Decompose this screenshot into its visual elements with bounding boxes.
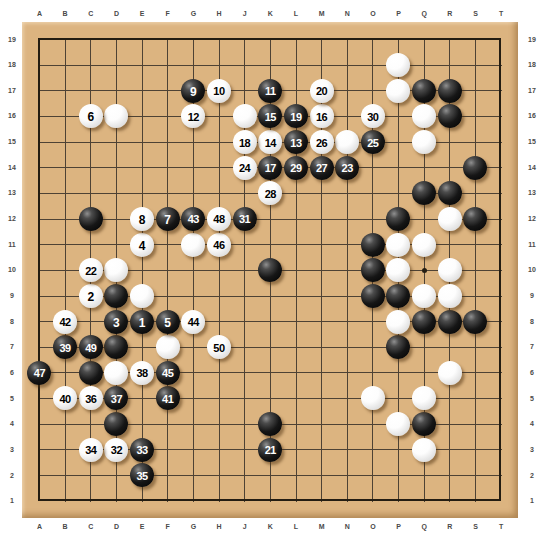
stone-white-Q11	[412, 233, 436, 257]
row-label-left-18: 18	[4, 60, 20, 70]
stone-black-C6	[79, 361, 103, 385]
col-label-bottom-O: O	[365, 522, 381, 532]
col-label-top-S: S	[468, 9, 484, 19]
row-label-right-3: 3	[524, 445, 540, 455]
col-label-top-Q: Q	[416, 9, 432, 19]
stone-white-R10	[438, 258, 462, 282]
stone-move-23-black-N14: 23	[335, 156, 359, 180]
move-number: 33	[136, 445, 147, 456]
row-label-left-13: 13	[4, 188, 20, 198]
move-number: 16	[316, 111, 327, 122]
move-number: 26	[316, 137, 327, 148]
stone-move-40-white-B5: 40	[53, 386, 77, 410]
move-number: 7	[164, 213, 171, 225]
move-number: 2	[87, 290, 94, 302]
stone-move-7-black-F12: 7	[156, 207, 180, 231]
move-number: 50	[213, 342, 224, 353]
row-label-right-1: 1	[524, 496, 540, 506]
move-number: 40	[60, 393, 71, 404]
stone-black-R13	[438, 181, 462, 205]
move-number: 38	[136, 368, 147, 379]
stone-move-25-black-O15: 25	[361, 130, 385, 154]
stone-move-48-white-H12: 48	[207, 207, 231, 231]
move-number: 43	[188, 214, 199, 225]
stone-black-C12	[79, 207, 103, 231]
move-number: 22	[85, 265, 96, 276]
col-label-bottom-G: G	[185, 522, 201, 532]
row-label-left-8: 8	[4, 317, 20, 327]
col-label-bottom-A: A	[32, 522, 48, 532]
col-label-top-E: E	[134, 9, 150, 19]
col-label-top-K: K	[262, 9, 278, 19]
move-number: 19	[290, 111, 301, 122]
move-number: 5	[164, 316, 171, 328]
stone-move-38-white-E6: 38	[130, 361, 154, 385]
stone-move-47-black-A6: 47	[27, 361, 51, 385]
move-number: 23	[342, 163, 353, 174]
stone-white-G11	[181, 233, 205, 257]
col-label-bottom-R: R	[442, 522, 458, 532]
stone-move-21-black-K3: 21	[258, 438, 282, 462]
move-number: 24	[239, 163, 250, 174]
stone-black-D9	[104, 284, 128, 308]
stone-white-E9	[130, 284, 154, 308]
row-label-left-1: 1	[4, 496, 20, 506]
row-label-right-17: 17	[524, 86, 540, 96]
move-number: 9	[190, 85, 197, 97]
stone-black-K4	[258, 412, 282, 436]
stone-move-1-black-E8: 1	[130, 310, 154, 334]
col-label-bottom-H: H	[211, 522, 227, 532]
stone-black-O9	[361, 284, 385, 308]
row-label-left-4: 4	[4, 419, 20, 429]
stone-move-19-black-L16: 19	[284, 104, 308, 128]
stone-move-4-white-E11: 4	[130, 233, 154, 257]
row-label-left-15: 15	[4, 137, 20, 147]
move-number: 32	[111, 445, 122, 456]
stone-black-O10	[361, 258, 385, 282]
col-label-bottom-F: F	[160, 522, 176, 532]
stone-white-P4	[386, 412, 410, 436]
row-label-left-5: 5	[4, 394, 20, 404]
stone-black-P9	[386, 284, 410, 308]
stone-move-26-white-M15: 26	[310, 130, 334, 154]
col-label-bottom-S: S	[468, 522, 484, 532]
stone-move-14-white-K15: 14	[258, 130, 282, 154]
stone-black-R8	[438, 310, 462, 334]
col-label-top-T: T	[493, 9, 509, 19]
col-label-top-J: J	[237, 9, 253, 19]
move-number: 39	[60, 342, 71, 353]
stone-move-45-black-F6: 45	[156, 361, 180, 385]
stone-move-5-black-F8: 5	[156, 310, 180, 334]
move-number: 15	[265, 111, 276, 122]
row-label-left-9: 9	[4, 291, 20, 301]
stone-move-49-black-C7: 49	[79, 335, 103, 359]
move-number: 31	[239, 214, 250, 225]
move-number: 14	[265, 137, 276, 148]
stone-move-34-white-C3: 34	[79, 438, 103, 462]
row-label-right-6: 6	[524, 368, 540, 378]
stone-move-28-white-K13: 28	[258, 181, 282, 205]
row-label-right-13: 13	[524, 188, 540, 198]
stone-move-30-white-O16: 30	[361, 104, 385, 128]
stone-black-K10	[258, 258, 282, 282]
col-label-top-O: O	[365, 9, 381, 19]
row-label-left-2: 2	[4, 471, 20, 481]
stone-move-35-black-E2: 35	[130, 463, 154, 487]
stone-white-J16	[233, 104, 257, 128]
row-label-right-9: 9	[524, 291, 540, 301]
move-number: 8	[139, 213, 146, 225]
row-label-right-14: 14	[524, 163, 540, 173]
col-label-bottom-M: M	[314, 522, 330, 532]
col-label-bottom-D: D	[108, 522, 124, 532]
col-label-bottom-E: E	[134, 522, 150, 532]
stone-move-44-white-G8: 44	[181, 310, 205, 334]
stone-white-Q15	[412, 130, 436, 154]
row-label-right-19: 19	[524, 35, 540, 45]
stone-move-39-black-B7: 39	[53, 335, 77, 359]
move-number: 36	[85, 393, 96, 404]
row-label-right-18: 18	[524, 60, 540, 70]
move-number: 12	[188, 111, 199, 122]
move-number: 10	[213, 86, 224, 97]
move-number: 45	[162, 368, 173, 379]
stone-white-Q3	[412, 438, 436, 462]
stone-move-37-black-D5: 37	[104, 386, 128, 410]
col-label-bottom-C: C	[83, 522, 99, 532]
col-label-top-C: C	[83, 9, 99, 19]
stone-move-50-white-H7: 50	[207, 335, 231, 359]
stone-white-R6	[438, 361, 462, 385]
stone-move-17-black-K14: 17	[258, 156, 282, 180]
row-label-right-7: 7	[524, 342, 540, 352]
stone-white-P10	[386, 258, 410, 282]
stone-move-3-black-D8: 3	[104, 310, 128, 334]
stone-move-46-white-H11: 46	[207, 233, 231, 257]
col-label-top-M: M	[314, 9, 330, 19]
stone-black-D7	[104, 335, 128, 359]
row-label-right-8: 8	[524, 317, 540, 327]
stone-black-D4	[104, 412, 128, 436]
move-number: 41	[162, 393, 173, 404]
stone-move-32-white-D3: 32	[104, 438, 128, 462]
row-label-right-15: 15	[524, 137, 540, 147]
row-label-right-2: 2	[524, 471, 540, 481]
row-label-right-5: 5	[524, 394, 540, 404]
col-label-top-N: N	[339, 9, 355, 19]
stone-black-Q8	[412, 310, 436, 334]
stone-move-2-white-C9: 2	[79, 284, 103, 308]
col-label-bottom-N: N	[339, 522, 355, 532]
move-number: 28	[265, 188, 276, 199]
stone-white-D10	[104, 258, 128, 282]
col-label-top-G: G	[185, 9, 201, 19]
col-label-bottom-Q: Q	[416, 522, 432, 532]
col-label-bottom-B: B	[57, 522, 73, 532]
stone-white-Q5	[412, 386, 436, 410]
stone-move-42-white-B8: 42	[53, 310, 77, 334]
row-label-right-10: 10	[524, 265, 540, 275]
stone-move-15-black-K16: 15	[258, 104, 282, 128]
stone-white-Q16	[412, 104, 436, 128]
goban[interactable]: 1234567891011121314151617181920212223242…	[22, 22, 518, 518]
col-label-bottom-K: K	[262, 522, 278, 532]
move-number: 13	[290, 137, 301, 148]
col-label-bottom-T: T	[493, 522, 509, 532]
row-label-left-19: 19	[4, 35, 20, 45]
row-label-left-11: 11	[4, 240, 20, 250]
stone-white-P18	[386, 53, 410, 77]
stone-black-S8	[463, 310, 487, 334]
col-label-bottom-J: J	[237, 522, 253, 532]
move-number: 37	[111, 393, 122, 404]
stone-white-O5	[361, 386, 385, 410]
stone-move-22-white-C10: 22	[79, 258, 103, 282]
stone-move-8-white-E12: 8	[130, 207, 154, 231]
go-diagram-page: ABCDEFGHJKLMNOPQRST ABCDEFGHJKLMNOPQRST …	[0, 0, 540, 540]
stone-white-N15	[335, 130, 359, 154]
move-number: 25	[367, 137, 378, 148]
move-number: 20	[316, 86, 327, 97]
row-label-right-12: 12	[524, 214, 540, 224]
move-number: 34	[85, 445, 96, 456]
row-label-right-4: 4	[524, 419, 540, 429]
stone-white-D6	[104, 361, 128, 385]
move-number: 4	[139, 239, 146, 251]
stone-white-R9	[438, 284, 462, 308]
stone-move-11-black-K17: 11	[258, 79, 282, 103]
stone-white-P11	[386, 233, 410, 257]
row-label-left-12: 12	[4, 214, 20, 224]
stone-black-S12	[463, 207, 487, 231]
stone-white-D16	[104, 104, 128, 128]
stone-move-41-black-F5: 41	[156, 386, 180, 410]
stone-black-P7	[386, 335, 410, 359]
stone-black-Q4	[412, 412, 436, 436]
stone-white-P17	[386, 79, 410, 103]
stone-white-Q9	[412, 284, 436, 308]
row-label-left-6: 6	[4, 368, 20, 378]
col-label-bottom-P: P	[391, 522, 407, 532]
row-label-right-16: 16	[524, 111, 540, 121]
col-label-top-R: R	[442, 9, 458, 19]
stone-move-13-black-L15: 13	[284, 130, 308, 154]
stone-move-33-black-E3: 33	[130, 438, 154, 462]
stone-move-12-white-G16: 12	[181, 104, 205, 128]
col-label-top-F: F	[160, 9, 176, 19]
stone-black-R16	[438, 104, 462, 128]
move-number: 30	[367, 111, 378, 122]
move-number: 44	[188, 317, 199, 328]
move-number: 3	[113, 316, 120, 328]
stone-move-29-black-L14: 29	[284, 156, 308, 180]
col-label-top-L: L	[288, 9, 304, 19]
stone-move-27-black-M14: 27	[310, 156, 334, 180]
move-number: 48	[213, 214, 224, 225]
move-number: 49	[85, 342, 96, 353]
col-label-top-H: H	[211, 9, 227, 19]
stone-move-9-black-G17: 9	[181, 79, 205, 103]
move-number: 47	[34, 368, 45, 379]
move-number: 42	[60, 317, 71, 328]
stone-move-43-black-G12: 43	[181, 207, 205, 231]
move-number: 18	[239, 137, 250, 148]
move-number: 21	[265, 445, 276, 456]
col-label-top-P: P	[391, 9, 407, 19]
row-label-left-10: 10	[4, 265, 20, 275]
row-label-left-14: 14	[4, 163, 20, 173]
stone-move-6-white-C16: 6	[79, 104, 103, 128]
stone-move-16-white-M16: 16	[310, 104, 334, 128]
move-number: 29	[290, 163, 301, 174]
row-label-left-16: 16	[4, 111, 20, 121]
move-number: 46	[213, 240, 224, 251]
stone-white-F7	[156, 335, 180, 359]
move-number: 17	[265, 163, 276, 174]
move-number: 6	[87, 111, 94, 123]
stone-move-20-white-M17: 20	[310, 79, 334, 103]
col-label-top-D: D	[108, 9, 124, 19]
row-label-left-17: 17	[4, 86, 20, 96]
row-label-left-7: 7	[4, 342, 20, 352]
stone-move-24-white-J14: 24	[233, 156, 257, 180]
stone-black-P12	[386, 207, 410, 231]
stone-black-O11	[361, 233, 385, 257]
stones-grid: 1234567891011121314151617181920212223242…	[27, 27, 514, 514]
stone-move-36-white-C5: 36	[79, 386, 103, 410]
stone-move-31-black-J12: 31	[233, 207, 257, 231]
row-label-right-11: 11	[524, 240, 540, 250]
stone-black-Q13	[412, 181, 436, 205]
stone-black-Q17	[412, 79, 436, 103]
move-number: 27	[316, 163, 327, 174]
stone-black-S14	[463, 156, 487, 180]
move-number: 1	[139, 316, 146, 328]
col-label-top-B: B	[57, 9, 73, 19]
stone-move-10-white-H17: 10	[207, 79, 231, 103]
stone-white-P8	[386, 310, 410, 334]
stone-move-18-white-J15: 18	[233, 130, 257, 154]
col-label-bottom-L: L	[288, 522, 304, 532]
move-number: 35	[136, 470, 147, 481]
col-label-top-A: A	[32, 9, 48, 19]
move-number: 11	[265, 86, 276, 97]
stone-white-R12	[438, 207, 462, 231]
stone-black-R17	[438, 79, 462, 103]
row-label-left-3: 3	[4, 445, 20, 455]
